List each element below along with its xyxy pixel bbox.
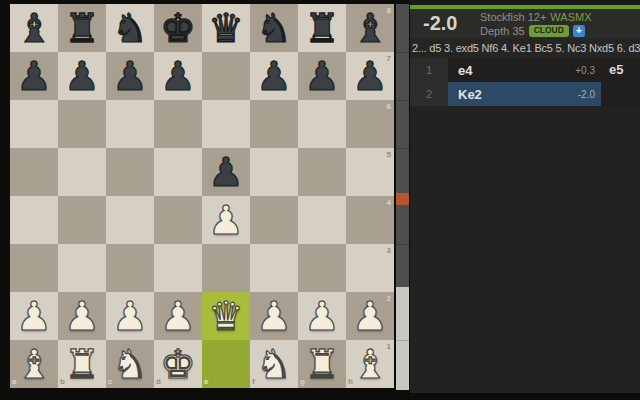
black-king: ♚ bbox=[154, 4, 202, 52]
rank-label-2: 2 bbox=[387, 295, 391, 303]
black-queen: ♛ bbox=[202, 4, 250, 52]
gauge-tick bbox=[396, 52, 409, 53]
move-san: Ke2 bbox=[458, 87, 482, 102]
square-f7[interactable]: ♟ bbox=[250, 52, 298, 100]
black-pawn: ♟ bbox=[106, 52, 154, 100]
white-pawn: ♟ bbox=[154, 292, 202, 340]
move-list-empty-area bbox=[410, 106, 640, 393]
square-f3[interactable] bbox=[250, 244, 298, 292]
square-e8[interactable]: ♛ bbox=[202, 4, 250, 52]
white-bishop: ♝ bbox=[10, 340, 58, 388]
gauge-tick bbox=[396, 340, 409, 341]
square-h4[interactable]: 4 bbox=[346, 196, 394, 244]
square-e3[interactable] bbox=[202, 244, 250, 292]
square-g7[interactable]: ♟ bbox=[298, 52, 346, 100]
square-g6[interactable] bbox=[298, 100, 346, 148]
move-1-white[interactable]: e4 +0.3 bbox=[448, 58, 601, 82]
square-d3[interactable] bbox=[154, 244, 202, 292]
square-h7[interactable]: ♟7 bbox=[346, 52, 394, 100]
square-f5[interactable] bbox=[250, 148, 298, 196]
square-f4[interactable] bbox=[250, 196, 298, 244]
square-a7[interactable]: ♟ bbox=[10, 52, 58, 100]
gauge-center-tick bbox=[396, 193, 409, 205]
square-e5[interactable]: ♟ bbox=[202, 148, 250, 196]
file-label-f: f bbox=[252, 378, 255, 386]
square-d4[interactable] bbox=[154, 196, 202, 244]
plus-button[interactable]: + bbox=[573, 25, 585, 37]
white-pawn: ♟ bbox=[106, 292, 154, 340]
file-label-g: g bbox=[300, 378, 305, 386]
white-pawn: ♟ bbox=[202, 196, 250, 244]
square-e4[interactable]: ♟ bbox=[202, 196, 250, 244]
cloud-badge: CLOUD bbox=[529, 25, 569, 37]
square-g8[interactable]: ♜ bbox=[298, 4, 346, 52]
file-label-b: b bbox=[60, 378, 65, 386]
rank-label-4: 4 bbox=[387, 199, 391, 207]
square-a2[interactable]: ♟ bbox=[10, 292, 58, 340]
move-row-1: 1 e4 +0.3 e5 bbox=[410, 58, 640, 82]
move-2-white[interactable]: Ke2 -2.0 bbox=[448, 82, 601, 106]
move-san: e4 bbox=[458, 63, 472, 78]
white-pawn: ♟ bbox=[298, 292, 346, 340]
rank-label-3: 3 bbox=[387, 247, 391, 255]
gauge-tick bbox=[396, 100, 409, 101]
eval-gauge bbox=[396, 4, 409, 390]
square-c5[interactable] bbox=[106, 148, 154, 196]
rank-label-1: 1 bbox=[387, 343, 391, 351]
square-d8[interactable]: ♚ bbox=[154, 4, 202, 52]
square-f1[interactable]: ♞f bbox=[250, 340, 298, 388]
white-pawn: ♟ bbox=[250, 292, 298, 340]
square-e7[interactable] bbox=[202, 52, 250, 100]
square-c3[interactable] bbox=[106, 244, 154, 292]
engine-info: Stockfish 12+ WASMX Depth 35 CLOUD + bbox=[480, 10, 592, 38]
black-pawn: ♟ bbox=[10, 52, 58, 100]
square-c2[interactable]: ♟ bbox=[106, 292, 154, 340]
white-queen: ♛ bbox=[202, 292, 250, 340]
eval-score: -2.0 bbox=[410, 12, 475, 35]
square-a1[interactable]: ♝a bbox=[10, 340, 58, 388]
square-g1[interactable]: ♜g bbox=[298, 340, 346, 388]
black-pawn: ♟ bbox=[250, 52, 298, 100]
white-rook: ♜ bbox=[58, 340, 106, 388]
square-h5[interactable]: 5 bbox=[346, 148, 394, 196]
gauge-white-part bbox=[396, 287, 409, 390]
rank-label-8: 8 bbox=[387, 7, 391, 15]
square-h8[interactable]: ♝8 bbox=[346, 4, 394, 52]
square-h6[interactable]: 6 bbox=[346, 100, 394, 148]
square-f2[interactable]: ♟ bbox=[250, 292, 298, 340]
square-g2[interactable]: ♟ bbox=[298, 292, 346, 340]
square-d6[interactable] bbox=[154, 100, 202, 148]
black-pawn: ♟ bbox=[202, 148, 250, 196]
gauge-tick bbox=[396, 148, 409, 149]
square-b3[interactable] bbox=[58, 244, 106, 292]
chess-board: ♝♜♞♚♛♞♜♝8♟♟♟♟♟♟♟76♟5♟43♟♟♟♟♛♟♟♟2♝a♜b♞c♚d… bbox=[10, 4, 394, 388]
white-knight: ♞ bbox=[250, 340, 298, 388]
square-a6[interactable] bbox=[10, 100, 58, 148]
square-a5[interactable] bbox=[10, 148, 58, 196]
black-pawn: ♟ bbox=[154, 52, 202, 100]
depth-label: Depth 35 bbox=[480, 24, 525, 38]
analysis-page: { "game": "chess", "position": "brnkqnrb… bbox=[0, 0, 640, 400]
square-b4[interactable] bbox=[58, 196, 106, 244]
square-h2[interactable]: ♟2 bbox=[346, 292, 394, 340]
pv-line[interactable]: 2... d5 3. exd5 Nf6 4. Ke1 Bc5 5. Nc3 Nx… bbox=[410, 38, 640, 58]
white-king: ♚ bbox=[154, 340, 202, 388]
white-pawn: ♟ bbox=[10, 292, 58, 340]
square-e2[interactable]: ♛ bbox=[202, 292, 250, 340]
square-g4[interactable] bbox=[298, 196, 346, 244]
engine-header: -2.0 Stockfish 12+ WASMX Depth 35 CLOUD … bbox=[410, 9, 640, 38]
rank-label-5: 5 bbox=[387, 151, 391, 159]
file-label-e: e bbox=[204, 378, 208, 386]
engine-tech: WASMX bbox=[550, 10, 591, 24]
move-2-black[interactable] bbox=[601, 82, 640, 106]
rank-label-6: 6 bbox=[387, 103, 391, 111]
file-label-c: c bbox=[108, 378, 112, 386]
rank-label-7: 7 bbox=[387, 55, 391, 63]
move-eval: -2.0 bbox=[578, 89, 595, 100]
square-c1[interactable]: ♞c bbox=[106, 340, 154, 388]
file-label-h: h bbox=[348, 378, 353, 386]
square-c8[interactable]: ♞ bbox=[106, 4, 154, 52]
black-rook: ♜ bbox=[58, 4, 106, 52]
black-knight: ♞ bbox=[106, 4, 154, 52]
black-rook: ♜ bbox=[298, 4, 346, 52]
white-pawn: ♟ bbox=[58, 292, 106, 340]
square-f8[interactable]: ♞ bbox=[250, 4, 298, 52]
move-number: 1 bbox=[410, 58, 448, 82]
square-h1[interactable]: ♝1h bbox=[346, 340, 394, 388]
square-f6[interactable] bbox=[250, 100, 298, 148]
square-a3[interactable] bbox=[10, 244, 58, 292]
engine-name: Stockfish 12+ bbox=[480, 10, 546, 24]
square-d5[interactable] bbox=[154, 148, 202, 196]
square-d1[interactable]: ♚d bbox=[154, 340, 202, 388]
white-knight: ♞ bbox=[106, 340, 154, 388]
move-row-2: 2 Ke2 -2.0 bbox=[410, 82, 640, 106]
move-number: 2 bbox=[410, 82, 448, 106]
square-a8[interactable]: ♝ bbox=[10, 4, 58, 52]
square-h3[interactable]: 3 bbox=[346, 244, 394, 292]
square-e1[interactable]: e bbox=[202, 340, 250, 388]
square-b5[interactable] bbox=[58, 148, 106, 196]
square-b8[interactable]: ♜ bbox=[58, 4, 106, 52]
square-c7[interactable]: ♟ bbox=[106, 52, 154, 100]
square-b7[interactable]: ♟ bbox=[58, 52, 106, 100]
square-a4[interactable] bbox=[10, 196, 58, 244]
file-label-a: a bbox=[12, 378, 16, 386]
square-b2[interactable]: ♟ bbox=[58, 292, 106, 340]
gauge-tick bbox=[396, 244, 409, 245]
file-label-d: d bbox=[156, 378, 161, 386]
white-rook: ♜ bbox=[298, 340, 346, 388]
move-eval: +0.3 bbox=[575, 65, 595, 76]
square-g3[interactable] bbox=[298, 244, 346, 292]
square-d2[interactable]: ♟ bbox=[154, 292, 202, 340]
square-e6[interactable] bbox=[202, 100, 250, 148]
black-pawn: ♟ bbox=[298, 52, 346, 100]
black-bishop: ♝ bbox=[10, 4, 58, 52]
square-g5[interactable] bbox=[298, 148, 346, 196]
square-d7[interactable]: ♟ bbox=[154, 52, 202, 100]
move-1-black[interactable]: e5 bbox=[601, 58, 640, 82]
engine-panel: -2.0 Stockfish 12+ WASMX Depth 35 CLOUD … bbox=[410, 0, 640, 393]
square-c6[interactable] bbox=[106, 100, 154, 148]
square-b1[interactable]: ♜b bbox=[58, 340, 106, 388]
black-knight: ♞ bbox=[250, 4, 298, 52]
square-c4[interactable] bbox=[106, 196, 154, 244]
square-b6[interactable] bbox=[58, 100, 106, 148]
black-pawn: ♟ bbox=[58, 52, 106, 100]
